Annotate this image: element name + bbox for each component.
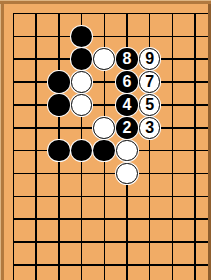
stone-black — [48, 94, 70, 116]
board-frame-top — [0, 1, 211, 4]
move-number: 8 — [122, 51, 131, 67]
move-number: 6 — [122, 74, 131, 90]
stone-black — [48, 140, 70, 162]
stone-black — [48, 71, 70, 93]
go-diagram: 89674523 — [0, 0, 211, 280]
stone-black — [93, 140, 115, 162]
stone-black-move-8: 8 — [116, 48, 138, 70]
stone-white-move-5: 5 — [139, 94, 161, 116]
stone-white — [71, 71, 93, 93]
move-number: 2 — [122, 120, 131, 136]
stone-black — [71, 48, 93, 70]
stone-white-move-3: 3 — [139, 117, 161, 139]
board-frame-right — [208, 0, 211, 280]
stone-black — [71, 140, 93, 162]
move-number: 7 — [145, 74, 154, 90]
stone-black-move-4: 4 — [116, 94, 138, 116]
stone-white-move-7: 7 — [139, 71, 161, 93]
board-frame-left — [1, 0, 4, 280]
stone-white — [71, 94, 93, 116]
stone-white — [116, 163, 138, 185]
stone-black — [71, 26, 93, 48]
stone-layer: 89674523 — [2, 2, 206, 276]
move-number: 5 — [145, 97, 154, 113]
move-number: 9 — [145, 51, 154, 67]
stone-black-move-2: 2 — [116, 117, 138, 139]
stone-white — [93, 117, 115, 139]
stone-white — [93, 48, 115, 70]
stone-white — [116, 140, 138, 162]
move-number: 4 — [122, 97, 131, 113]
go-board: 89674523 — [0, 0, 211, 280]
move-number: 3 — [145, 120, 154, 136]
stone-white-move-9: 9 — [139, 48, 161, 70]
stone-black-move-6: 6 — [116, 71, 138, 93]
